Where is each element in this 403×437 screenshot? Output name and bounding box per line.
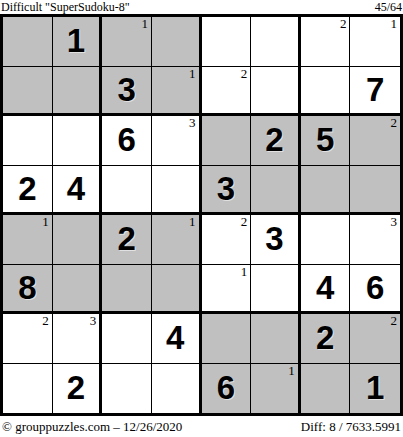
cell-r4c6[interactable]	[251, 166, 301, 216]
cell-r6c3[interactable]	[102, 265, 152, 315]
cell-r4c3[interactable]	[102, 166, 152, 216]
given-digit: 3	[102, 67, 151, 114]
given-digit: 2	[3, 166, 52, 213]
cell-r7c8[interactable]: 2	[350, 314, 400, 364]
cell-r5c5[interactable]: 2	[202, 215, 252, 265]
cell-r8c1[interactable]	[3, 364, 53, 414]
cell-r5c7[interactable]	[301, 215, 351, 265]
cell-r1c3[interactable]: 1	[102, 17, 152, 67]
given-digit: 3	[251, 215, 298, 264]
cell-r1c4[interactable]	[152, 17, 202, 67]
cell-r7c3[interactable]	[102, 314, 152, 364]
corner-mark: 3	[189, 116, 196, 130]
cell-r8c8[interactable]: 1	[350, 364, 400, 414]
cell-r8c5[interactable]: 6	[202, 364, 252, 414]
corner-mark: 1	[141, 17, 148, 31]
cell-r7c4[interactable]: 4	[152, 314, 202, 364]
cell-r3c3[interactable]: 6	[102, 116, 152, 166]
cell-r4c4[interactable]	[152, 166, 202, 216]
cell-r4c5[interactable]: 3	[202, 166, 252, 216]
cell-r2c3[interactable]: 3	[102, 67, 152, 117]
given-digit: 7	[350, 67, 400, 114]
cell-r6c7[interactable]: 4	[301, 265, 351, 315]
cell-r2c8[interactable]: 7	[350, 67, 400, 117]
given-digit: 4	[152, 314, 199, 363]
corner-mark: 1	[288, 364, 295, 378]
given-digit: 4	[53, 166, 100, 213]
corner-mark: 3	[90, 314, 97, 328]
cell-r2c7[interactable]	[301, 67, 351, 117]
cell-r1c6[interactable]	[251, 17, 301, 67]
cell-r8c6[interactable]: 1	[251, 364, 301, 414]
given-digit: 6	[102, 116, 151, 165]
cell-r5c4[interactable]: 1	[152, 215, 202, 265]
cell-r1c8[interactable]: 1	[350, 17, 400, 67]
cell-r3c2[interactable]	[53, 116, 103, 166]
given-digit: 2	[102, 215, 151, 264]
cell-r2c2[interactable]	[53, 67, 103, 117]
corner-mark: 1	[42, 215, 49, 229]
cell-r7c7[interactable]: 2	[301, 314, 351, 364]
cell-r6c4[interactable]	[152, 265, 202, 315]
cell-r6c6[interactable]	[251, 265, 301, 315]
cell-r2c6[interactable]	[251, 67, 301, 117]
cell-r5c2[interactable]	[53, 215, 103, 265]
cell-r2c1[interactable]	[3, 67, 53, 117]
corner-mark: 2	[241, 67, 248, 81]
cell-r3c5[interactable]	[202, 116, 252, 166]
puzzle-title: Difficult "SuperSudoku-8"	[1, 1, 130, 14]
cell-r5c8[interactable]: 3	[350, 215, 400, 265]
cell-r5c3[interactable]: 2	[102, 215, 152, 265]
cell-r7c5[interactable]	[202, 314, 252, 364]
cell-r7c6[interactable]	[251, 314, 301, 364]
corner-mark: 1	[241, 265, 248, 279]
corner-mark: 2	[340, 17, 347, 31]
footer: © grouppuzzles.com – 12/26/2020 Diff: 8 …	[0, 416, 403, 437]
cell-r3c7[interactable]: 5	[301, 116, 351, 166]
cell-r8c4[interactable]	[152, 364, 202, 414]
given-digit: 5	[301, 116, 350, 165]
cell-r7c1[interactable]: 2	[3, 314, 53, 364]
cell-r8c3[interactable]	[102, 364, 152, 414]
copyright-text: © grouppuzzles.com – 12/26/2020	[2, 419, 182, 435]
corner-mark: 3	[391, 215, 398, 229]
cell-r1c1[interactable]	[3, 17, 53, 67]
given-digit: 6	[202, 364, 251, 414]
sudoku-board: 11213127632522431212338146234222611	[0, 14, 403, 416]
corner-mark: 1	[189, 215, 196, 229]
cell-r4c2[interactable]: 4	[53, 166, 103, 216]
cell-r6c1[interactable]: 8	[3, 265, 53, 315]
given-digit: 4	[301, 265, 350, 312]
cell-r2c4[interactable]: 1	[152, 67, 202, 117]
given-digit: 2	[301, 314, 350, 363]
given-digit: 8	[3, 265, 52, 312]
cell-r1c2[interactable]: 1	[53, 17, 103, 67]
given-digit: 2	[53, 364, 100, 414]
given-digit: 6	[350, 265, 400, 312]
cell-r5c6[interactable]: 3	[251, 215, 301, 265]
cell-r3c1[interactable]	[3, 116, 53, 166]
cell-r4c1[interactable]: 2	[3, 166, 53, 216]
cell-r3c6[interactable]: 2	[251, 116, 301, 166]
cell-r1c5[interactable]	[202, 17, 252, 67]
cell-r3c8[interactable]: 2	[350, 116, 400, 166]
given-digit: 3	[202, 166, 251, 213]
puzzle-counter: 45/64	[375, 1, 402, 14]
cell-r8c2[interactable]: 2	[53, 364, 103, 414]
cell-r3c4[interactable]: 3	[152, 116, 202, 166]
cell-r6c8[interactable]: 6	[350, 265, 400, 315]
cell-r6c5[interactable]: 1	[202, 265, 252, 315]
corner-mark: 2	[241, 215, 248, 229]
given-digit: 2	[251, 116, 298, 165]
corner-mark: 1	[189, 67, 196, 81]
cell-r7c2[interactable]: 3	[53, 314, 103, 364]
given-digit: 1	[350, 364, 400, 414]
puzzle-page: Difficult "SuperSudoku-8" 45/64 11213127…	[0, 0, 403, 437]
difficulty-text: Diff: 8 / 7633.5991	[301, 419, 401, 435]
given-digit: 1	[53, 17, 100, 66]
cell-r2c5[interactable]: 2	[202, 67, 252, 117]
header: Difficult "SuperSudoku-8" 45/64	[0, 0, 403, 14]
corner-mark: 2	[391, 314, 398, 328]
corner-mark: 2	[391, 116, 398, 130]
cell-r5c1[interactable]: 1	[3, 215, 53, 265]
cell-r1c7[interactable]: 2	[301, 17, 351, 67]
corner-mark: 2	[42, 314, 49, 328]
cell-r8c7[interactable]	[301, 364, 351, 414]
corner-mark: 1	[391, 17, 398, 31]
cell-r4c7[interactable]	[301, 166, 351, 216]
cell-r6c2[interactable]	[53, 265, 103, 315]
cell-r4c8[interactable]	[350, 166, 400, 216]
